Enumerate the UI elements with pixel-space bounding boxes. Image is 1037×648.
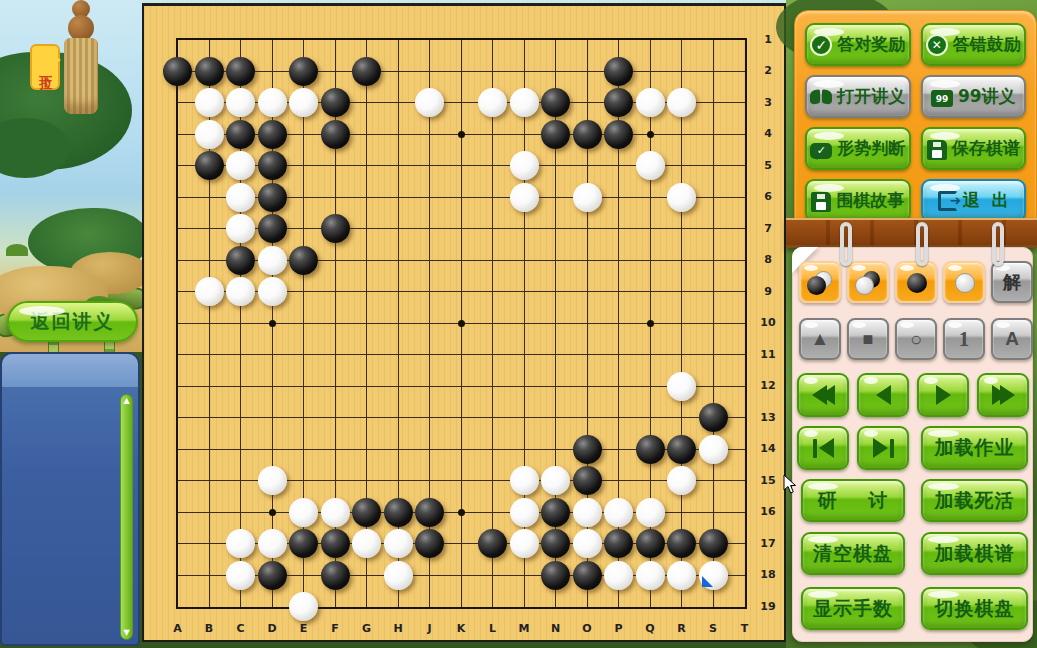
- stone-Q16: [636, 498, 665, 527]
- stone-C6: [226, 183, 255, 212]
- stone-Q14: [636, 435, 665, 464]
- stone-D8: [258, 246, 287, 275]
- grid-line: [178, 386, 745, 387]
- button-label: 答错鼓励: [953, 33, 1021, 56]
- stone-C8: [226, 246, 255, 275]
- col-label-F: F: [326, 622, 344, 635]
- load-homework-button[interactable]: 加载作业: [921, 426, 1028, 470]
- stone-P3: [604, 88, 633, 117]
- forward-arrow-icon: [936, 385, 951, 405]
- stone-M17: [510, 529, 539, 558]
- binder-ring-icon: [992, 222, 1004, 266]
- number-mark-icon: 1: [959, 327, 970, 352]
- stone-D9: [258, 277, 287, 306]
- triangle-mark-icon: ▲: [811, 328, 830, 350]
- stone-C7: [226, 214, 255, 243]
- button-label: 打开讲义: [837, 85, 905, 108]
- mode-alternate-black-button[interactable]: [799, 261, 841, 303]
- book-99-icon: [931, 90, 953, 107]
- stone-E3: [289, 88, 318, 117]
- stone-N3: [541, 88, 570, 117]
- mark-number-button[interactable]: 1: [943, 318, 985, 360]
- col-label-D: D: [263, 622, 281, 635]
- grid-line: [492, 40, 493, 607]
- stone-C5: [226, 151, 255, 180]
- stone-F17: [321, 529, 350, 558]
- judge-position-button[interactable]: 形势判断: [805, 127, 911, 170]
- stone-P18: [604, 561, 633, 590]
- top-button-card: 答对奖励 答错鼓励 打开讲义 99讲义 形势判断 保存棋谱: [794, 10, 1037, 232]
- scroll-hint-label: 下拉: [36, 65, 54, 69]
- col-label-O: O: [578, 622, 596, 635]
- circle-mark-icon: ○: [910, 328, 922, 351]
- stone-Q5: [636, 151, 665, 180]
- stone-Q17: [636, 529, 665, 558]
- last-move-icon: [890, 439, 894, 458]
- stone-C17: [226, 529, 255, 558]
- white-stone-icon: [855, 276, 874, 295]
- col-label-P: P: [610, 622, 628, 635]
- decorative-scene: 下拉: [0, 0, 142, 352]
- button-label: 答对奖励: [837, 33, 905, 56]
- row-label-10: 10: [755, 316, 781, 329]
- stone-R6: [667, 183, 696, 212]
- stone-N16: [541, 498, 570, 527]
- row-label-5: 5: [755, 159, 781, 172]
- row-label-6: 6: [755, 190, 781, 203]
- square-mark-icon: ■: [863, 329, 874, 350]
- x-circle-icon: [926, 34, 948, 56]
- fast-forward-button[interactable]: [977, 373, 1029, 417]
- row-label-3: 3: [755, 96, 781, 109]
- first-move-icon: [819, 438, 834, 458]
- col-label-G: G: [358, 622, 376, 635]
- stone-C3: [226, 88, 255, 117]
- lecture-99-button[interactable]: 99讲义: [921, 75, 1027, 118]
- letter-mark-icon: A: [1005, 328, 1019, 350]
- answer-label: 解: [1003, 270, 1021, 294]
- stone-E16: [289, 498, 318, 527]
- control-card: 解 ▲ ■ ○ 1 A: [792, 247, 1033, 642]
- stone-A2: [163, 57, 192, 86]
- goban-grid[interactable]: [178, 40, 745, 607]
- first-move-button[interactable]: [797, 426, 849, 470]
- stone-H16: [384, 498, 413, 527]
- col-label-N: N: [547, 622, 565, 635]
- mode-white-stone-button[interactable]: [943, 261, 985, 303]
- stone-F7: [321, 214, 350, 243]
- stone-N17: [541, 529, 570, 558]
- exit-button[interactable]: 退 出: [921, 179, 1027, 222]
- stone-Q3: [636, 88, 665, 117]
- reward-correct-button[interactable]: 答对奖励: [805, 23, 911, 66]
- col-label-C: C: [232, 622, 250, 635]
- stone-F16: [321, 498, 350, 527]
- row-label-2: 2: [755, 64, 781, 77]
- stone-B9: [195, 277, 224, 306]
- stone-D4: [258, 120, 287, 149]
- scroll-hint-bubble: 下拉: [30, 44, 60, 90]
- lecture-listbox[interactable]: ▲ ▼: [0, 352, 140, 646]
- stone-F3: [321, 88, 350, 117]
- star-point: [458, 320, 465, 327]
- research-button[interactable]: 研 讨: [801, 479, 905, 522]
- stone-D6: [258, 183, 287, 212]
- binder-ring-icon: [840, 222, 852, 266]
- col-label-Q: Q: [641, 622, 659, 635]
- col-label-B: B: [200, 622, 218, 635]
- col-label-S: S: [704, 622, 722, 635]
- mouse-cursor-icon: [783, 474, 798, 495]
- row-label-18: 18: [755, 568, 781, 581]
- left-panel: 下拉 返回讲义 ▲ ▼: [0, 0, 142, 648]
- stone-J17: [415, 529, 444, 558]
- stone-P16: [604, 498, 633, 527]
- row-label-17: 17: [755, 537, 781, 550]
- stone-S17: [699, 529, 728, 558]
- rewind-button[interactable]: [797, 373, 849, 417]
- load-kifu-button[interactable]: 加载棋谱: [921, 532, 1028, 575]
- stone-N18: [541, 561, 570, 590]
- row-label-12: 12: [755, 379, 781, 392]
- stone-O4: [573, 120, 602, 149]
- stone-P2: [604, 57, 633, 86]
- stone-L17: [478, 529, 507, 558]
- app-window: 下拉 返回讲义 ▲ ▼ ABCDEFGHJKLMNOPQRST123456789…: [0, 0, 1037, 648]
- back-arrow-icon: [876, 385, 891, 405]
- row-label-9: 9: [755, 285, 781, 298]
- open-lecture-button[interactable]: 打开讲义: [805, 75, 911, 118]
- mark-triangle-button[interactable]: ▲: [799, 318, 841, 360]
- listbox-scrollbar[interactable]: ▲ ▼: [120, 394, 133, 640]
- star-point: [269, 320, 276, 327]
- black-stone-icon: [907, 273, 927, 293]
- stone-M16: [510, 498, 539, 527]
- button-label: 形势判断: [837, 137, 905, 160]
- stone-H17: [384, 529, 413, 558]
- row-label-4: 4: [755, 127, 781, 140]
- stone-C2: [226, 57, 255, 86]
- stone-G16: [352, 498, 381, 527]
- col-label-L: L: [484, 622, 502, 635]
- save-kifu-button[interactable]: 保存棋谱: [921, 127, 1027, 170]
- stone-P17: [604, 529, 633, 558]
- black-stone-icon: [807, 276, 826, 295]
- stone-J16: [415, 498, 444, 527]
- stone-P4: [604, 120, 633, 149]
- stone-D5: [258, 151, 287, 180]
- scroll-up-icon[interactable]: ▲: [121, 397, 132, 405]
- go-story-button[interactable]: 围棋故事: [805, 179, 911, 222]
- stone-G17: [352, 529, 381, 558]
- scroll-down-icon[interactable]: ▼: [121, 629, 132, 637]
- row-label-19: 19: [755, 600, 781, 613]
- stone-S13: [699, 403, 728, 432]
- col-label-T: T: [736, 622, 754, 635]
- grid-line: [178, 354, 745, 355]
- col-label-J: J: [421, 622, 439, 635]
- right-panel: 答对奖励 答错鼓励 打开讲义 99讲义 形势判断 保存棋谱: [786, 0, 1037, 648]
- col-label-A: A: [169, 622, 187, 635]
- exit-icon: [938, 191, 958, 211]
- row-label-14: 14: [755, 442, 781, 455]
- last-move-button[interactable]: [857, 426, 909, 470]
- button-label: 围棋故事: [836, 189, 904, 212]
- last-move-marker: [702, 576, 713, 587]
- stone-O18: [573, 561, 602, 590]
- col-label-K: K: [452, 622, 470, 635]
- mode-alternate-white-button[interactable]: [847, 261, 889, 303]
- stone-B4: [195, 120, 224, 149]
- stone-N4: [541, 120, 570, 149]
- stone-O6: [573, 183, 602, 212]
- stone-B2: [195, 57, 224, 86]
- back-to-lecture-button[interactable]: 返回讲义: [7, 301, 138, 342]
- open-book-icon: [810, 86, 832, 108]
- col-label-R: R: [673, 622, 691, 635]
- stone-G2: [352, 57, 381, 86]
- white-stone-icon: [955, 273, 975, 293]
- row-label-7: 7: [755, 222, 781, 235]
- grass-icon: [6, 244, 28, 256]
- stone-R15: [667, 466, 696, 495]
- last-move-icon: [873, 438, 888, 458]
- col-label-E: E: [295, 622, 313, 635]
- stone-B5: [195, 151, 224, 180]
- star-point: [647, 320, 654, 327]
- first-move-icon: [813, 439, 817, 458]
- star-point: [269, 509, 276, 516]
- clear-board-button[interactable]: 清空棋盘: [801, 532, 905, 575]
- row-label-16: 16: [755, 505, 781, 518]
- grid-line: [681, 40, 682, 607]
- stone-M3: [510, 88, 539, 117]
- button-label: 保存棋谱: [952, 137, 1020, 160]
- stone-E2: [289, 57, 318, 86]
- load-life-death-button[interactable]: 加载死活: [921, 479, 1028, 522]
- stone-O17: [573, 529, 602, 558]
- stone-R18: [667, 561, 696, 590]
- stone-E19: [289, 592, 318, 621]
- encourage-wrong-button[interactable]: 答错鼓励: [921, 23, 1027, 66]
- stone-D7: [258, 214, 287, 243]
- star-point: [647, 131, 654, 138]
- stone-C9: [226, 277, 255, 306]
- board-panel: ABCDEFGHJKLMNOPQRST123456789101112131415…: [142, 4, 786, 642]
- stone-D17: [258, 529, 287, 558]
- binder-ring-icon: [916, 222, 928, 266]
- stone-C4: [226, 120, 255, 149]
- mark-square-button[interactable]: ■: [847, 318, 889, 360]
- story-book-icon: [811, 192, 831, 212]
- star-point: [458, 131, 465, 138]
- stone-L3: [478, 88, 507, 117]
- stone-O16: [573, 498, 602, 527]
- stone-R14: [667, 435, 696, 464]
- mode-black-stone-button[interactable]: [895, 261, 937, 303]
- button-label: 99讲义: [958, 85, 1016, 108]
- stone-R17: [667, 529, 696, 558]
- mark-letter-button[interactable]: A: [991, 318, 1033, 360]
- pull-down-tassel[interactable]: [62, 0, 100, 118]
- star-point: [458, 509, 465, 516]
- stone-C18: [226, 561, 255, 590]
- row-label-8: 8: [755, 253, 781, 266]
- row-label-15: 15: [755, 474, 781, 487]
- switch-board-button[interactable]: 切换棋盘: [921, 587, 1028, 630]
- stone-M15: [510, 466, 539, 495]
- col-label-M: M: [515, 622, 533, 635]
- stone-D3: [258, 88, 287, 117]
- stone-F4: [321, 120, 350, 149]
- stone-M5: [510, 151, 539, 180]
- show-answer-button[interactable]: 解: [991, 261, 1033, 303]
- fast-forward-icon: [1000, 385, 1015, 405]
- col-label-H: H: [389, 622, 407, 635]
- stone-O14: [573, 435, 602, 464]
- grid-line: [713, 40, 714, 607]
- stone-H18: [384, 561, 413, 590]
- rewind-icon: [820, 385, 835, 405]
- listbox-header: [2, 354, 138, 388]
- stone-J3: [415, 88, 444, 117]
- stone-D15: [258, 466, 287, 495]
- stone-S14: [699, 435, 728, 464]
- row-label-13: 13: [755, 411, 781, 424]
- show-move-numbers-button[interactable]: 显示手数: [801, 587, 905, 630]
- step-back-button[interactable]: [857, 373, 909, 417]
- stone-Q18: [636, 561, 665, 590]
- save-disk-icon: [927, 140, 947, 160]
- button-label: 退 出: [963, 189, 1009, 212]
- grid-line: [178, 417, 745, 418]
- stone-R12: [667, 372, 696, 401]
- stone-N15: [541, 466, 570, 495]
- step-forward-button[interactable]: [917, 373, 969, 417]
- stone-M6: [510, 183, 539, 212]
- stone-R3: [667, 88, 696, 117]
- tassel-fringe-icon: [64, 38, 98, 114]
- mark-circle-button[interactable]: ○: [895, 318, 937, 360]
- stone-O15: [573, 466, 602, 495]
- stone-F18: [321, 561, 350, 590]
- stone-E17: [289, 529, 318, 558]
- stone-B3: [195, 88, 224, 117]
- stone-E8: [289, 246, 318, 275]
- judge-bubble-icon: [810, 143, 832, 159]
- check-circle-icon: [810, 34, 832, 56]
- row-label-11: 11: [755, 348, 781, 361]
- stone-D18: [258, 561, 287, 590]
